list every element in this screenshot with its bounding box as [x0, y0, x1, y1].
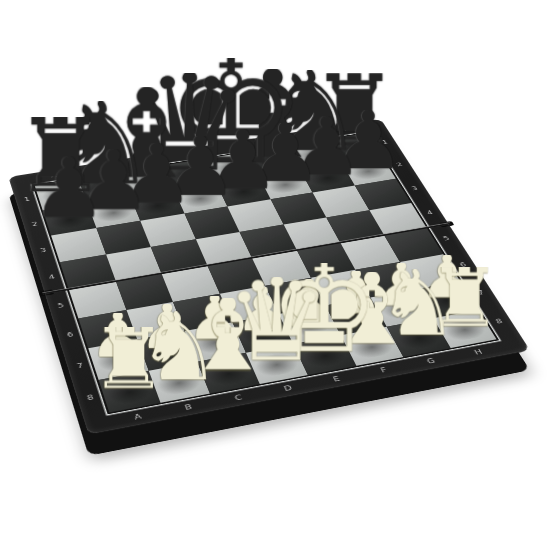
- rank-label-left-5: 5: [57, 302, 65, 309]
- rank-label-left-3: 3: [39, 247, 46, 253]
- rank-label-left-2: 2: [31, 222, 38, 228]
- chess-set-photo: 12345678 12345678 ABCDEFGH ABCDEFGH ♜♞♝♛…: [0, 0, 550, 550]
- rank-label-right-4: 4: [426, 210, 434, 216]
- rank-label-right-3: 3: [410, 186, 418, 192]
- chess-board: 12345678 12345678 ABCDEFGH ABCDEFGH ♜♞♝♛…: [8, 119, 530, 435]
- square-a8[interactable]: ♜: [99, 370, 160, 412]
- piece-white-rook-a8[interactable]: ♜: [35, 327, 223, 391]
- file-label-near-e: E: [332, 375, 341, 382]
- file-label-near-c: C: [234, 394, 243, 402]
- file-label-near-h: H: [473, 348, 483, 355]
- board-perspective-stage: 12345678 12345678 ABCDEFGH ABCDEFGH ♜♞♝♛…: [30, 36, 474, 480]
- file-label-near-a: A: [133, 413, 142, 421]
- file-label-near-g: G: [426, 357, 437, 364]
- rank-label-left-4: 4: [48, 274, 55, 280]
- piece-black-pawn-a2[interactable]: ♟: [0, 156, 152, 219]
- file-label-near-d: D: [283, 384, 293, 392]
- rank-label-left-8: 8: [86, 394, 94, 402]
- file-label-near-f: F: [379, 366, 388, 373]
- file-label-near-b: B: [184, 403, 193, 411]
